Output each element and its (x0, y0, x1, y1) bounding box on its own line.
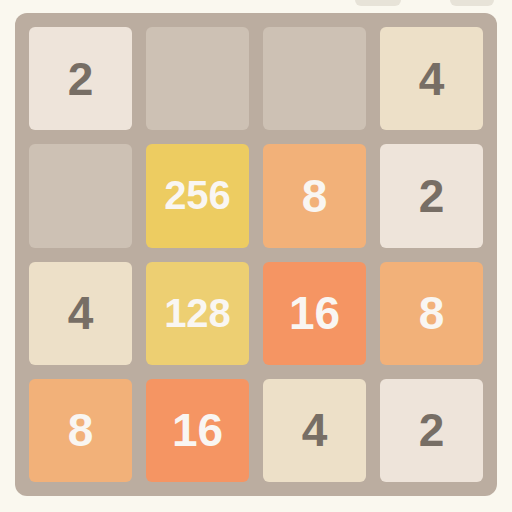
tile-256-r2c2: 256 (146, 144, 249, 247)
score-box-bottom-edge (355, 0, 401, 6)
game-board-2048[interactable]: 2425682412816881642 (15, 13, 497, 496)
tile-16-r3c3: 16 (263, 262, 366, 365)
tile-2-r2c4: 2 (380, 144, 483, 247)
tile-4-r1c4: 4 (380, 27, 483, 130)
tile-8-r3c4: 8 (380, 262, 483, 365)
tile-2-r4c4: 2 (380, 379, 483, 482)
tile-8-r2c3: 8 (263, 144, 366, 247)
tile-2-r1c1: 2 (29, 27, 132, 130)
empty-cell-r1c3 (263, 27, 366, 130)
empty-cell-r1c2 (146, 27, 249, 130)
empty-cell-r2c1 (29, 144, 132, 247)
tile-16-r4c2: 16 (146, 379, 249, 482)
tile-128-r3c2: 128 (146, 262, 249, 365)
tile-4-r4c3: 4 (263, 379, 366, 482)
tile-4-r3c1: 4 (29, 262, 132, 365)
best-box-bottom-edge (450, 0, 494, 6)
tile-8-r4c1: 8 (29, 379, 132, 482)
